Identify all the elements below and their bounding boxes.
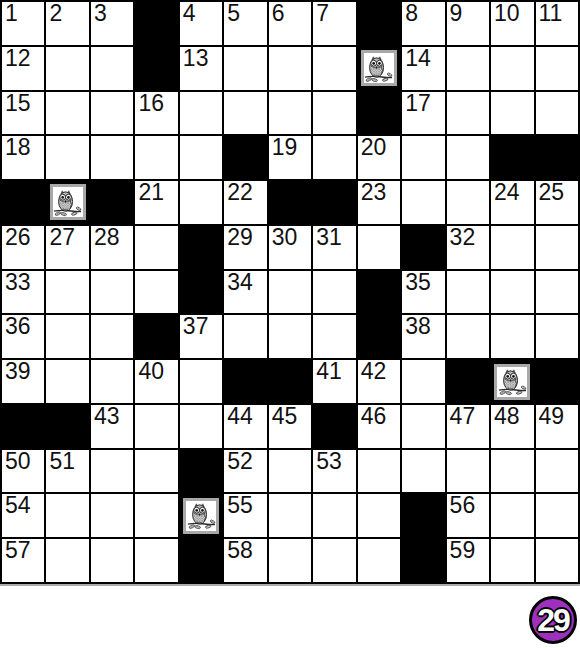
cell-r11-c4 — [180, 494, 222, 537]
cell-r10-c2[interactable] — [91, 450, 133, 493]
clue-number: 13 — [183, 45, 209, 72]
cell-r1-c2[interactable] — [91, 47, 133, 90]
owl-image — [183, 498, 219, 534]
cell-r4-c11[interactable]: 24 — [491, 181, 533, 224]
clue-number: 33 — [5, 269, 31, 296]
cell-r12-c11[interactable] — [491, 539, 533, 582]
puzzle-number-badge: 29 — [529, 596, 577, 644]
clue-number: 44 — [227, 403, 253, 430]
cell-r7-c4[interactable]: 37 — [180, 315, 222, 358]
cell-r9-c7 — [313, 405, 355, 448]
cell-r5-c10[interactable]: 32 — [447, 226, 489, 269]
cell-r5-c7[interactable]: 31 — [313, 226, 355, 269]
cell-r12-c2[interactable] — [91, 539, 133, 582]
page-footer: 29 — [0, 588, 580, 650]
cell-r8-c0[interactable]: 39 — [2, 360, 44, 403]
clue-number: 57 — [5, 537, 31, 564]
cell-r4-c8[interactable]: 23 — [358, 181, 400, 224]
clue-number: 21 — [138, 179, 164, 206]
cell-r0-c0[interactable]: 1 — [2, 2, 44, 45]
cell-r10-c4 — [180, 450, 222, 493]
clue-number: 27 — [49, 224, 75, 251]
cell-r0-c12[interactable]: 11 — [536, 2, 578, 45]
clue-number: 29 — [227, 224, 253, 251]
owl-icon — [364, 54, 393, 83]
cell-r0-c10[interactable]: 9 — [447, 2, 489, 45]
cell-r11-c7[interactable] — [313, 494, 355, 537]
cell-r0-c7[interactable]: 7 — [313, 2, 355, 45]
clue-number: 40 — [138, 358, 164, 385]
cell-r10-c0[interactable]: 50 — [2, 450, 44, 493]
cell-r9-c6[interactable]: 45 — [269, 405, 311, 448]
clue-number: 18 — [5, 134, 31, 161]
cell-r7-c12[interactable] — [536, 315, 578, 358]
cell-r7-c6[interactable] — [269, 315, 311, 358]
cell-r2-c11[interactable] — [491, 92, 533, 135]
clue-number: 48 — [494, 403, 520, 430]
cell-r5-c11[interactable] — [491, 226, 533, 269]
clue-number: 51 — [49, 448, 75, 475]
clue-number: 5 — [227, 0, 240, 27]
cell-r5-c9 — [402, 226, 444, 269]
clue-number: 42 — [361, 358, 387, 385]
cell-r7-c11[interactable] — [491, 315, 533, 358]
cell-r5-c6[interactable]: 30 — [269, 226, 311, 269]
cell-r3-c3[interactable] — [135, 136, 177, 179]
clue-number: 28 — [94, 224, 120, 251]
clue-number: 1 — [5, 0, 18, 27]
cell-r9-c9[interactable] — [402, 405, 444, 448]
cell-r5-c4 — [180, 226, 222, 269]
cell-r6-c12[interactable] — [536, 271, 578, 314]
cell-r2-c8 — [358, 92, 400, 135]
cell-r4-c12[interactable]: 25 — [536, 181, 578, 224]
cell-r6-c11[interactable] — [491, 271, 533, 314]
cell-r12-c8[interactable] — [358, 539, 400, 582]
puzzle-number: 29 — [537, 602, 569, 639]
cell-r10-c7[interactable]: 53 — [313, 450, 355, 493]
cell-r2-c9[interactable]: 17 — [402, 92, 444, 135]
cell-r9-c1 — [46, 405, 88, 448]
clue-number: 34 — [227, 269, 253, 296]
cell-r11-c0[interactable]: 54 — [2, 494, 44, 537]
cell-r7-c10[interactable] — [447, 315, 489, 358]
cell-r12-c1[interactable] — [46, 539, 88, 582]
cell-r1-c11[interactable] — [491, 47, 533, 90]
cell-r7-c2[interactable] — [91, 315, 133, 358]
cell-r11-c8[interactable] — [358, 494, 400, 537]
clue-number: 49 — [539, 403, 565, 430]
cell-r1-c8 — [358, 47, 400, 90]
cell-r6-c4 — [180, 271, 222, 314]
clue-number: 45 — [272, 403, 298, 430]
cell-r2-c1[interactable] — [46, 92, 88, 135]
cell-r12-c5[interactable]: 58 — [224, 539, 266, 582]
clue-number: 55 — [227, 492, 253, 519]
cell-r3-c12 — [536, 136, 578, 179]
clue-number: 11 — [539, 0, 563, 27]
clue-number: 24 — [494, 179, 520, 206]
cell-r5-c2[interactable]: 28 — [91, 226, 133, 269]
cell-r6-c9[interactable]: 35 — [402, 271, 444, 314]
clue-number: 10 — [494, 0, 520, 27]
cell-r6-c3[interactable] — [135, 271, 177, 314]
clue-number: 46 — [361, 403, 387, 430]
cell-r1-c9[interactable]: 14 — [402, 47, 444, 90]
cell-r5-c5[interactable]: 29 — [224, 226, 266, 269]
cell-r8-c4[interactable] — [180, 360, 222, 403]
cell-r6-c0[interactable]: 33 — [2, 271, 44, 314]
cell-r6-c2[interactable] — [91, 271, 133, 314]
cell-r1-c12[interactable] — [536, 47, 578, 90]
cell-r5-c1[interactable]: 27 — [46, 226, 88, 269]
cell-r6-c7[interactable] — [313, 271, 355, 314]
cell-r2-c0[interactable]: 15 — [2, 92, 44, 135]
cell-r4-c1 — [46, 181, 88, 224]
cell-r12-c6[interactable] — [269, 539, 311, 582]
cell-r0-c11[interactable]: 10 — [491, 2, 533, 45]
cell-r12-c0[interactable]: 57 — [2, 539, 44, 582]
cell-r7-c5[interactable] — [224, 315, 266, 358]
clue-number: 54 — [5, 492, 31, 519]
clue-number: 30 — [272, 224, 298, 251]
cell-r12-c3[interactable] — [135, 539, 177, 582]
cell-r7-c3 — [135, 315, 177, 358]
cell-r5-c8[interactable] — [358, 226, 400, 269]
cell-r2-c4[interactable] — [180, 92, 222, 135]
clue-number: 31 — [316, 224, 342, 251]
cell-r8-c10 — [447, 360, 489, 403]
cell-r6-c6[interactable] — [269, 271, 311, 314]
cell-r3-c8[interactable]: 20 — [358, 136, 400, 179]
cell-r8-c5 — [224, 360, 266, 403]
cell-r7-c9[interactable]: 38 — [402, 315, 444, 358]
clue-number: 3 — [94, 0, 107, 27]
clue-number: 14 — [405, 45, 431, 72]
clue-number: 15 — [5, 90, 31, 117]
clue-number: 56 — [450, 492, 476, 519]
cell-r4-c2 — [91, 181, 133, 224]
cell-r10-c12[interactable] — [536, 450, 578, 493]
cell-r10-c9[interactable] — [402, 450, 444, 493]
cell-r2-c2[interactable] — [91, 92, 133, 135]
clue-number: 43 — [94, 403, 120, 430]
clue-number: 53 — [316, 448, 342, 475]
cell-r3-c1[interactable] — [46, 136, 88, 179]
owl-image — [494, 364, 530, 400]
cell-r1-c0[interactable]: 12 — [2, 47, 44, 90]
cell-r3-c11 — [491, 136, 533, 179]
cell-r3-c10[interactable] — [447, 136, 489, 179]
crossword-page: 1234567891011121314151617181920212223242… — [0, 0, 580, 650]
clue-number: 50 — [5, 448, 31, 475]
cell-r0-c4[interactable]: 4 — [180, 2, 222, 45]
owl-icon — [187, 501, 216, 530]
cell-r8-c2[interactable] — [91, 360, 133, 403]
cell-r9-c12[interactable]: 49 — [536, 405, 578, 448]
cell-r4-c3[interactable]: 21 — [135, 181, 177, 224]
cell-r11-c12[interactable] — [536, 494, 578, 537]
cell-r5-c12[interactable] — [536, 226, 578, 269]
cell-r1-c7[interactable] — [313, 47, 355, 90]
clue-number: 41 — [316, 358, 342, 385]
clue-number: 22 — [227, 179, 253, 206]
crossword-grid: 1234567891011121314151617181920212223242… — [0, 0, 580, 586]
cell-r8-c1[interactable] — [46, 360, 88, 403]
cell-r3-c0[interactable]: 18 — [2, 136, 44, 179]
cell-r4-c6 — [269, 181, 311, 224]
clue-number: 58 — [227, 537, 253, 564]
cell-r7-c1[interactable] — [46, 315, 88, 358]
cell-r0-c3 — [135, 2, 177, 45]
clue-number: 2 — [49, 0, 62, 27]
cell-r0-c1[interactable]: 2 — [46, 2, 88, 45]
cell-r9-c2[interactable]: 43 — [91, 405, 133, 448]
cell-r11-c6[interactable] — [269, 494, 311, 537]
cell-r11-c10[interactable]: 56 — [447, 494, 489, 537]
cell-r2-c10[interactable] — [447, 92, 489, 135]
cell-r8-c3[interactable]: 40 — [135, 360, 177, 403]
clue-number: 23 — [361, 179, 387, 206]
clue-number: 8 — [405, 0, 418, 27]
clue-number: 17 — [405, 90, 431, 117]
cell-r2-c6[interactable] — [269, 92, 311, 135]
cell-r9-c10[interactable]: 47 — [447, 405, 489, 448]
cell-r1-c6[interactable] — [269, 47, 311, 90]
cell-r3-c5 — [224, 136, 266, 179]
clue-number: 38 — [405, 313, 431, 340]
cell-r2-c12[interactable] — [536, 92, 578, 135]
cell-r2-c7[interactable] — [313, 92, 355, 135]
cell-r8-c8[interactable]: 42 — [358, 360, 400, 403]
cell-r10-c10[interactable] — [447, 450, 489, 493]
cell-r0-c2[interactable]: 3 — [91, 2, 133, 45]
cell-r3-c2[interactable] — [91, 136, 133, 179]
cell-r10-c8[interactable] — [358, 450, 400, 493]
owl-image — [361, 50, 397, 86]
cell-r12-c12[interactable] — [536, 539, 578, 582]
cell-r6-c8 — [358, 271, 400, 314]
cell-r1-c4[interactable]: 13 — [180, 47, 222, 90]
clue-number: 19 — [272, 134, 298, 161]
owl-image — [50, 184, 86, 220]
clue-number: 6 — [272, 0, 285, 27]
cell-r2-c3[interactable]: 16 — [135, 92, 177, 135]
owl-icon — [53, 188, 82, 217]
cell-r4-c0 — [2, 181, 44, 224]
cell-r12-c7[interactable] — [313, 539, 355, 582]
cell-r8-c6 — [269, 360, 311, 403]
clue-number: 37 — [183, 313, 209, 340]
cell-r9-c0 — [2, 405, 44, 448]
cell-r4-c4[interactable] — [180, 181, 222, 224]
cell-r10-c3[interactable] — [135, 450, 177, 493]
cell-r10-c6[interactable] — [269, 450, 311, 493]
clue-number: 36 — [5, 313, 31, 340]
owl-icon — [498, 367, 527, 396]
cell-r12-c10[interactable]: 59 — [447, 539, 489, 582]
cell-r9-c5[interactable]: 44 — [224, 405, 266, 448]
cell-r1-c5[interactable] — [224, 47, 266, 90]
cell-r11-c1[interactable] — [46, 494, 88, 537]
cell-r4-c9[interactable] — [402, 181, 444, 224]
clue-number: 47 — [450, 403, 476, 430]
cell-r0-c6[interactable]: 6 — [269, 2, 311, 45]
clue-number: 39 — [5, 358, 31, 385]
cell-r6-c10[interactable] — [447, 271, 489, 314]
cell-r12-c4 — [180, 539, 222, 582]
clue-number: 12 — [5, 45, 31, 72]
cell-r7-c8 — [358, 315, 400, 358]
cell-r4-c5[interactable]: 22 — [224, 181, 266, 224]
cell-r9-c3[interactable] — [135, 405, 177, 448]
cell-r9-c11[interactable]: 48 — [491, 405, 533, 448]
clue-number: 16 — [138, 90, 164, 117]
cell-r11-c5[interactable]: 55 — [224, 494, 266, 537]
cell-r1-c1[interactable] — [46, 47, 88, 90]
cell-r3-c7[interactable] — [313, 136, 355, 179]
clue-number: 35 — [405, 269, 431, 296]
cell-r7-c7[interactable] — [313, 315, 355, 358]
cell-r9-c8[interactable]: 46 — [358, 405, 400, 448]
cell-r8-c9[interactable] — [402, 360, 444, 403]
cell-r8-c12 — [536, 360, 578, 403]
cell-r2-c5[interactable] — [224, 92, 266, 135]
cell-r0-c8 — [358, 2, 400, 45]
cell-r10-c5[interactable]: 52 — [224, 450, 266, 493]
cell-r7-c0[interactable]: 36 — [2, 315, 44, 358]
cell-r6-c1[interactable] — [46, 271, 88, 314]
cell-r9-c4[interactable] — [180, 405, 222, 448]
cell-r11-c9 — [402, 494, 444, 537]
cell-r0-c9[interactable]: 8 — [402, 2, 444, 45]
clue-number: 26 — [5, 224, 31, 251]
clue-number: 4 — [183, 0, 196, 27]
cell-r3-c9[interactable] — [402, 136, 444, 179]
clue-number: 7 — [316, 0, 329, 27]
cell-r3-c4[interactable] — [180, 136, 222, 179]
cell-r11-c11[interactable] — [491, 494, 533, 537]
cell-r0-c5[interactable]: 5 — [224, 2, 266, 45]
cell-r1-c10[interactable] — [447, 47, 489, 90]
cell-r4-c10[interactable] — [447, 181, 489, 224]
cell-r4-c7 — [313, 181, 355, 224]
cell-r8-c7[interactable]: 41 — [313, 360, 355, 403]
cell-r8-c11 — [491, 360, 533, 403]
cell-r6-c5[interactable]: 34 — [224, 271, 266, 314]
clue-number: 20 — [361, 134, 387, 161]
cell-r10-c1[interactable]: 51 — [46, 450, 88, 493]
clue-number: 59 — [450, 537, 476, 564]
cell-r11-c2[interactable] — [91, 494, 133, 537]
cell-r12-c9 — [402, 539, 444, 582]
cell-r5-c3[interactable] — [135, 226, 177, 269]
cell-r5-c0[interactable]: 26 — [2, 226, 44, 269]
clue-number: 32 — [450, 224, 476, 251]
clue-number: 9 — [450, 0, 463, 27]
clue-number: 25 — [539, 179, 565, 206]
cell-r11-c3[interactable] — [135, 494, 177, 537]
cell-r3-c6[interactable]: 19 — [269, 136, 311, 179]
cell-r10-c11[interactable] — [491, 450, 533, 493]
cell-r1-c3 — [135, 47, 177, 90]
clue-number: 52 — [227, 448, 253, 475]
